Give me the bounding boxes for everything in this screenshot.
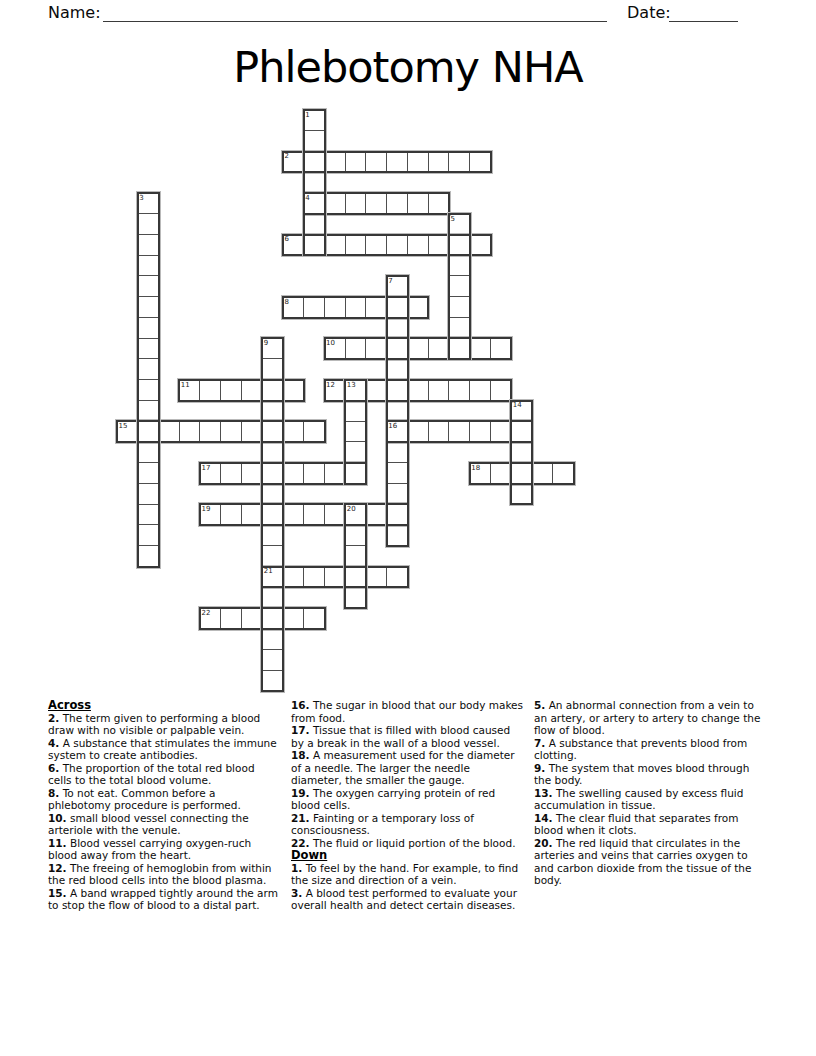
grid-cell[interactable] <box>365 566 387 588</box>
grid-cell[interactable] <box>179 379 201 401</box>
grid-cell[interactable] <box>137 192 159 214</box>
grid-cell[interactable] <box>490 379 512 401</box>
clue-column-3: 5. An abnormal connection from a vein to… <box>534 699 767 912</box>
grid-cell[interactable] <box>199 379 221 401</box>
name-label: Name: <box>48 3 101 22</box>
grid-cell[interactable] <box>282 234 304 256</box>
down-heading: Down <box>291 849 524 862</box>
grid-cell[interactable] <box>428 421 450 443</box>
clue-across-21: 21. Fainting or a temporary loss of cons… <box>291 812 524 837</box>
grid-cell[interactable] <box>407 338 429 360</box>
clue-down-14: 14. The clear fluid that separates from … <box>534 812 767 837</box>
date-label: Date: <box>627 3 671 22</box>
grid-cell[interactable] <box>448 213 470 235</box>
grid-cell[interactable] <box>199 607 221 629</box>
grid-cell[interactable] <box>262 358 284 380</box>
grid-cell[interactable] <box>407 379 429 401</box>
grid-cell[interactable] <box>303 607 325 629</box>
grid-cell[interactable] <box>324 192 346 214</box>
grid-cell[interactable] <box>345 379 367 401</box>
grid-cell[interactable] <box>324 234 346 256</box>
grid-cell[interactable] <box>137 462 159 484</box>
grid-cell[interactable] <box>324 379 346 401</box>
grid-cell[interactable] <box>158 421 180 443</box>
grid-cell[interactable] <box>386 358 408 380</box>
grid-cell[interactable] <box>179 421 201 443</box>
grid-cell[interactable] <box>511 483 533 505</box>
grid-cell[interactable] <box>303 296 325 318</box>
grid-cell[interactable] <box>448 338 470 360</box>
clue-down-5: 5. An abnormal connection from a vein to… <box>534 699 767 737</box>
grid-cell[interactable] <box>511 400 533 422</box>
grid-cell[interactable] <box>365 192 387 214</box>
grid-cell[interactable] <box>262 628 284 650</box>
clue-down-13: 13. The swelling caused by excess fluid … <box>534 787 767 812</box>
grid-cell[interactable] <box>262 670 284 692</box>
grid-cell[interactable] <box>303 566 325 588</box>
clue-across-17: 17. Tissue that is filled with blood cau… <box>291 724 524 749</box>
grid-cell[interactable] <box>345 192 367 214</box>
grid-cell[interactable] <box>448 379 470 401</box>
grid-cell[interactable] <box>386 338 408 360</box>
grid-cell[interactable] <box>345 296 367 318</box>
grid-cell[interactable] <box>137 234 159 256</box>
grid-cell[interactable] <box>490 462 512 484</box>
grid-cell[interactable] <box>345 566 367 588</box>
clue-down-7: 7. A substance that prevents blood from … <box>534 737 767 762</box>
grid-cell[interactable] <box>428 379 450 401</box>
grid-cell[interactable] <box>137 421 159 443</box>
grid-cell[interactable] <box>469 338 491 360</box>
grid-cell[interactable] <box>386 379 408 401</box>
grid-cell[interactable] <box>469 234 491 256</box>
grid-cell[interactable] <box>303 504 325 526</box>
grid-cell[interactable] <box>303 130 325 152</box>
grid-cell[interactable] <box>262 524 284 546</box>
grid-cell[interactable] <box>511 441 533 463</box>
grid-cell[interactable] <box>345 151 367 173</box>
clue-across-6: 6. The proportion of the total red blood… <box>48 762 281 787</box>
clue-across-15: 15. A band wrapped tightly around the ar… <box>48 887 281 912</box>
grid-cell[interactable] <box>303 421 325 443</box>
grid-cell[interactable] <box>345 545 367 567</box>
grid-cell[interactable] <box>282 296 304 318</box>
grid-cell[interactable] <box>262 649 284 671</box>
grid-cell[interactable] <box>137 524 159 546</box>
clue-across-12: 12. The freeing of hemoglobin from withi… <box>48 862 281 887</box>
name-input-line[interactable] <box>103 3 607 22</box>
grid-cell[interactable] <box>262 607 284 629</box>
grid-cell[interactable] <box>303 151 325 173</box>
grid-cell[interactable] <box>448 234 470 256</box>
grid-cell[interactable] <box>448 275 470 297</box>
grid-cell[interactable] <box>428 338 450 360</box>
grid-cell[interactable] <box>241 421 263 443</box>
grid-cell[interactable] <box>345 400 367 422</box>
grid-cell[interactable] <box>303 172 325 194</box>
grid-cell[interactable] <box>137 545 159 567</box>
grid-cell[interactable] <box>241 607 263 629</box>
grid-cell[interactable] <box>220 421 242 443</box>
grid-cell[interactable] <box>511 421 533 443</box>
grid-cell[interactable] <box>116 421 138 443</box>
grid-cell[interactable] <box>199 462 221 484</box>
grid-cell[interactable] <box>303 213 325 235</box>
grid-cell[interactable] <box>448 421 470 443</box>
grid-cell[interactable] <box>282 566 304 588</box>
clue-across-16: 16. The sugar in blood that our body mak… <box>291 699 524 724</box>
grid-cell[interactable] <box>365 338 387 360</box>
grid-cell[interactable] <box>386 234 408 256</box>
grid-cell[interactable] <box>365 296 387 318</box>
across-heading: Across <box>48 699 281 712</box>
grid-cell[interactable] <box>428 151 450 173</box>
grid-cell[interactable] <box>137 483 159 505</box>
grid-cell[interactable] <box>262 338 284 360</box>
grid-cell[interactable] <box>407 296 429 318</box>
date-input-line[interactable] <box>669 3 738 22</box>
grid-cell[interactable] <box>386 275 408 297</box>
clue-column-1: Across2. The term given to performing a … <box>48 699 281 912</box>
grid-cell[interactable] <box>490 421 512 443</box>
grid-cell[interactable] <box>262 587 284 609</box>
grid-cell[interactable] <box>345 524 367 546</box>
clue-down-9: 9. The system that moves blood through t… <box>534 762 767 787</box>
grid-cell[interactable] <box>345 421 367 443</box>
grid-cell[interactable] <box>220 379 242 401</box>
grid-cell[interactable] <box>241 462 263 484</box>
grid-cell[interactable] <box>386 483 408 505</box>
grid-cell[interactable] <box>324 462 346 484</box>
grid-cell[interactable] <box>345 441 367 463</box>
clue-across-2: 2. The term given to performing a blood … <box>48 712 281 737</box>
grid-cell[interactable] <box>407 421 429 443</box>
grid-cell[interactable] <box>262 566 284 588</box>
crossword-grid: 24681011121516171819212213579131420 <box>117 110 574 691</box>
grid-cell[interactable] <box>345 338 367 360</box>
grid-cell[interactable] <box>324 338 346 360</box>
grid-cell[interactable] <box>137 296 159 318</box>
grid-cell[interactable] <box>303 234 325 256</box>
grid-cell[interactable] <box>137 379 159 401</box>
grid-cell[interactable] <box>469 421 491 443</box>
grid-cell[interactable] <box>324 151 346 173</box>
grid-cell[interactable] <box>262 462 284 484</box>
grid-cell[interactable] <box>303 192 325 214</box>
grid-cell[interactable] <box>137 275 159 297</box>
grid-cell[interactable] <box>407 192 429 214</box>
grid-cell[interactable] <box>282 607 304 629</box>
grid-cell[interactable] <box>137 338 159 360</box>
grid-cell[interactable] <box>448 317 470 339</box>
worksheet-page: Name: Date: Phlebotomy NHA 2468101112151… <box>0 0 816 1056</box>
grid-cell[interactable] <box>262 504 284 526</box>
grid-cell[interactable] <box>428 234 450 256</box>
grid-cell[interactable] <box>137 504 159 526</box>
grid-cell[interactable] <box>137 441 159 463</box>
grid-cell[interactable] <box>137 358 159 380</box>
grid-cell[interactable] <box>407 234 429 256</box>
grid-cell[interactable] <box>407 151 429 173</box>
grid-cell[interactable] <box>324 296 346 318</box>
grid-cell[interactable] <box>303 109 325 131</box>
grid-cell[interactable] <box>365 379 387 401</box>
grid-cell[interactable] <box>262 379 284 401</box>
puzzle-title: Phlebotomy NHA <box>0 42 816 92</box>
grid-cell[interactable] <box>241 504 263 526</box>
grid-cell[interactable] <box>262 441 284 463</box>
grid-cell[interactable] <box>282 151 304 173</box>
grid-cell[interactable] <box>220 607 242 629</box>
grid-cell[interactable] <box>262 545 284 567</box>
grid-cell[interactable] <box>365 151 387 173</box>
grid-cell[interactable] <box>386 151 408 173</box>
clue-down-3: 3. A blood test performed to evaluate yo… <box>291 887 524 912</box>
grid-cell[interactable] <box>428 192 450 214</box>
grid-cell[interactable] <box>282 379 304 401</box>
grid-cell[interactable] <box>365 504 387 526</box>
grid-cell[interactable] <box>303 462 325 484</box>
clue-column-2: 16. The sugar in blood that our body mak… <box>291 699 524 912</box>
clue-down-1: 1. To feel by the hand. For example, to … <box>291 862 524 887</box>
grid-cell[interactable] <box>386 441 408 463</box>
clue-across-18: 18. A measurement used for the diameter … <box>291 749 524 787</box>
grid-cell[interactable] <box>137 317 159 339</box>
grid-cell[interactable] <box>386 421 408 443</box>
grid-cell[interactable] <box>448 255 470 277</box>
grid-cell[interactable] <box>137 400 159 422</box>
grid-cell[interactable] <box>469 379 491 401</box>
grid-cell[interactable] <box>262 400 284 422</box>
clue-section: Across2. The term given to performing a … <box>48 699 768 912</box>
grid-cell[interactable] <box>137 213 159 235</box>
grid-cell[interactable] <box>511 462 533 484</box>
grid-cell[interactable] <box>552 462 574 484</box>
grid-cell[interactable] <box>345 462 367 484</box>
grid-cell[interactable] <box>199 504 221 526</box>
grid-cell[interactable] <box>199 421 221 443</box>
grid-cell[interactable] <box>324 504 346 526</box>
grid-cell[interactable] <box>220 504 242 526</box>
grid-cell[interactable] <box>386 400 408 422</box>
grid-cell[interactable] <box>386 296 408 318</box>
grid-cell[interactable] <box>282 504 304 526</box>
grid-cell[interactable] <box>137 255 159 277</box>
grid-cell[interactable] <box>365 234 387 256</box>
grid-cell[interactable] <box>490 338 512 360</box>
grid-cell[interactable] <box>386 317 408 339</box>
grid-cell[interactable] <box>345 587 367 609</box>
grid-cell[interactable] <box>241 379 263 401</box>
grid-cell[interactable] <box>262 483 284 505</box>
grid-cell[interactable] <box>448 151 470 173</box>
grid-cell[interactable] <box>531 462 553 484</box>
grid-cell[interactable] <box>345 234 367 256</box>
grid-cell[interactable] <box>469 462 491 484</box>
grid-cell[interactable] <box>282 462 304 484</box>
grid-cell[interactable] <box>345 504 367 526</box>
grid-cell[interactable] <box>386 504 408 526</box>
grid-cell[interactable] <box>282 421 304 443</box>
grid-cell[interactable] <box>262 421 284 443</box>
grid-cell[interactable] <box>220 462 242 484</box>
grid-cell[interactable] <box>448 296 470 318</box>
grid-cell[interactable] <box>386 524 408 546</box>
grid-cell[interactable] <box>469 151 491 173</box>
grid-cell[interactable] <box>324 566 346 588</box>
clue-across-11: 11. Blood vessel carrying oxygen-ruch bl… <box>48 837 281 862</box>
clue-across-19: 19. The oxygen carrying protein of red b… <box>291 787 524 812</box>
grid-cell[interactable] <box>386 566 408 588</box>
grid-cell[interactable] <box>386 462 408 484</box>
clue-across-4: 4. A substance that stimulates the immun… <box>48 737 281 762</box>
grid-cell[interactable] <box>386 192 408 214</box>
clue-down-20: 20. The red liquid that circulates in th… <box>534 837 767 887</box>
clue-across-10: 10. small blood vessel connecting the ar… <box>48 812 281 837</box>
clue-across-8: 8. To not eat. Common before a phlebotom… <box>48 787 281 812</box>
